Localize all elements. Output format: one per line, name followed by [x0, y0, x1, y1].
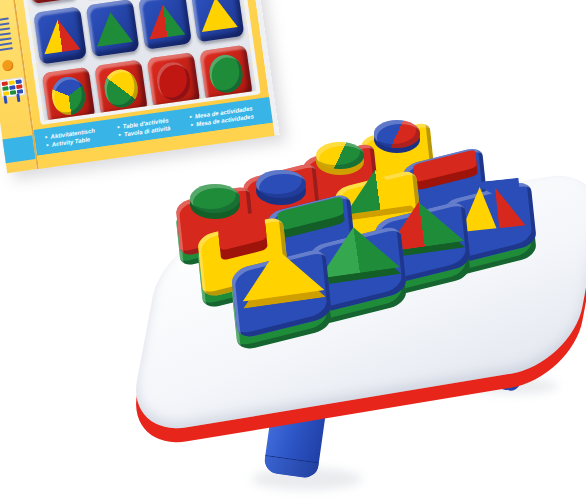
- yellow-triangle-piece: [236, 242, 326, 309]
- box-front-panel: ►Aktivitätentisch ►Activity Table ►Table…: [11, 0, 279, 169]
- box-block-r3c3-red-base: [147, 52, 201, 110]
- box-side-text-lines: [0, 17, 13, 51]
- table-block-r3c1: [233, 259, 330, 337]
- bullet-icon: ►: [44, 134, 49, 140]
- yellow-triangle-piece: [196, 0, 239, 34]
- blue-red-circle-piece: [374, 120, 421, 153]
- blue-green-yellow-circle-piece: [49, 75, 88, 117]
- bullet-icon: ►: [116, 124, 121, 130]
- green-circle-piece: [207, 53, 246, 95]
- cylinder-top: [256, 170, 306, 199]
- box-block-r2c2-blue-base: [86, 0, 140, 57]
- red-green-triangle-piece: [143, 0, 186, 41]
- box-block-r3c4-red-base: [199, 45, 253, 103]
- age-badge-icon: [1, 59, 13, 71]
- cylinder-top: [316, 142, 364, 170]
- bullet-icon: ►: [45, 142, 50, 148]
- cylinder-top: [190, 184, 240, 213]
- box-side-stripe: [3, 135, 36, 163]
- bullet-icon: ►: [190, 122, 195, 128]
- box-block-r2c1-blue-base: [33, 6, 87, 64]
- green-triangle-piece: [91, 7, 134, 48]
- box-block-r3c2-red-base: [94, 59, 148, 117]
- box-block-r2c4-blue-base: [191, 0, 245, 42]
- blue-circle-piece: [256, 170, 306, 205]
- red2-circle-piece: [154, 60, 193, 102]
- box-side-product-thumbnail-icon: [0, 78, 22, 105]
- product-box: ►Aktivitätentisch ►Activity Table ►Table…: [0, 0, 280, 173]
- box-block-r3c1-red-base: [42, 67, 96, 125]
- green-circle-piece: [190, 184, 240, 219]
- cylinder-top: [374, 120, 421, 147]
- bullet-icon: ►: [189, 114, 194, 120]
- bullet-icon: ►: [118, 132, 123, 138]
- yellow-green-circle-piece: [102, 68, 141, 110]
- product-photo: ►Aktivitätentisch ►Activity Table ►Table…: [0, 0, 586, 500]
- box-block-r1c1-red-base: [25, 0, 79, 4]
- box-block-r2c3-blue-base: [138, 0, 192, 50]
- yellow-red-triangle-piece: [38, 15, 81, 56]
